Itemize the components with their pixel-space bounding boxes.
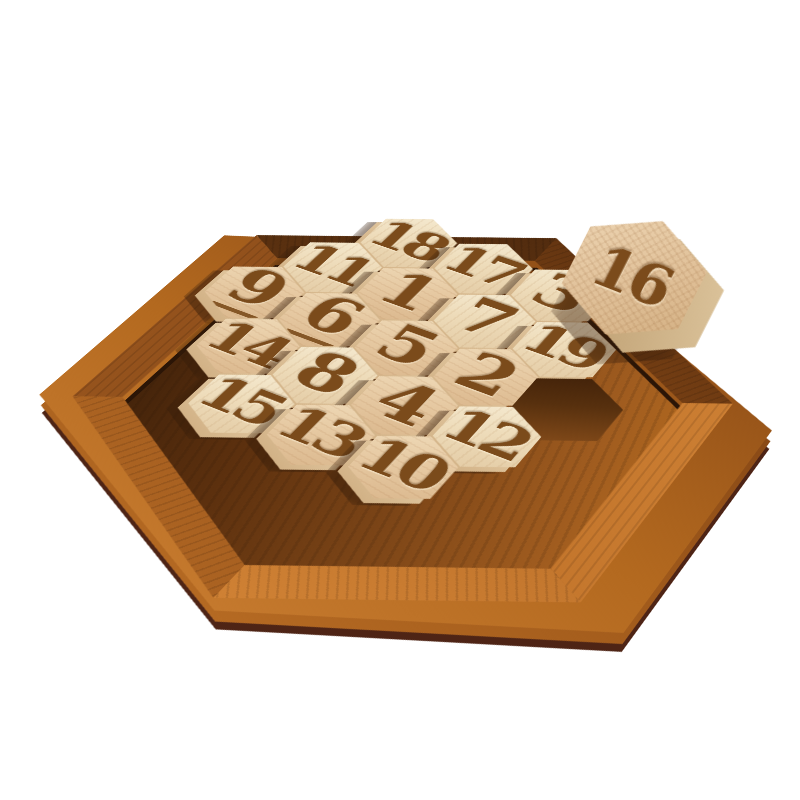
- tile-16-label: 16: [583, 238, 686, 318]
- product-photo-stage: 181731117199652148412151310 16: [0, 0, 800, 800]
- board-scene: 181731117199652148412151310: [0, 0, 800, 800]
